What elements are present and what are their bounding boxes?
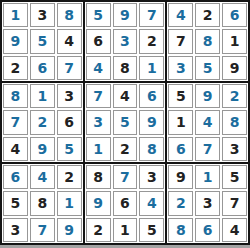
- cell-r3c7[interactable]: 3: [168, 56, 193, 80]
- cell-r9c1[interactable]: 3: [3, 218, 28, 242]
- cell-r6c3[interactable]: 5: [57, 137, 82, 161]
- cell-r2c6[interactable]: 2: [139, 29, 164, 53]
- cell-r6c2[interactable]: 9: [30, 137, 55, 161]
- cell-r7c8[interactable]: 1: [195, 165, 220, 189]
- cell-r2c1[interactable]: 9: [3, 29, 28, 53]
- cell-r6c6[interactable]: 8: [139, 137, 164, 161]
- cell-r5c5[interactable]: 5: [113, 110, 138, 134]
- cell-r5c2[interactable]: 2: [30, 110, 55, 134]
- cell-r4c4[interactable]: 7: [86, 84, 111, 108]
- cell-r3c6[interactable]: 1: [139, 56, 164, 80]
- cell-r3c8[interactable]: 5: [195, 56, 220, 80]
- cell-r4c3[interactable]: 3: [57, 84, 82, 108]
- sudoku-box-8: 873964215: [85, 164, 166, 243]
- cell-r9c4[interactable]: 2: [86, 218, 111, 242]
- cell-r8c6[interactable]: 4: [139, 191, 164, 215]
- cell-r9c7[interactable]: 8: [168, 218, 193, 242]
- cell-r7c6[interactable]: 3: [139, 165, 164, 189]
- cell-r4c7[interactable]: 5: [168, 84, 193, 108]
- cell-r9c8[interactable]: 6: [195, 218, 220, 242]
- cell-r7c2[interactable]: 4: [30, 165, 55, 189]
- cell-r1c1[interactable]: 1: [3, 3, 28, 27]
- cell-r2c5[interactable]: 3: [113, 29, 138, 53]
- cell-r9c5[interactable]: 1: [113, 218, 138, 242]
- cell-r1c4[interactable]: 5: [86, 3, 111, 27]
- cell-r9c9[interactable]: 4: [222, 218, 247, 242]
- cell-r6c4[interactable]: 1: [86, 137, 111, 161]
- cell-r9c3[interactable]: 9: [57, 218, 82, 242]
- cell-r8c7[interactable]: 2: [168, 191, 193, 215]
- sudoku-board: 1389542675976324814267813598137264957463…: [0, 0, 250, 245]
- cell-r5c6[interactable]: 9: [139, 110, 164, 134]
- cell-r8c1[interactable]: 5: [3, 191, 28, 215]
- cell-r3c3[interactable]: 7: [57, 56, 82, 80]
- sudoku-box-9: 915237864: [167, 164, 248, 243]
- cell-r1c3[interactable]: 8: [57, 3, 82, 27]
- cell-r1c7[interactable]: 4: [168, 3, 193, 27]
- cell-r8c5[interactable]: 6: [113, 191, 138, 215]
- cell-r9c6[interactable]: 5: [139, 218, 164, 242]
- cell-r3c5[interactable]: 8: [113, 56, 138, 80]
- cell-r3c4[interactable]: 4: [86, 56, 111, 80]
- cell-r2c3[interactable]: 4: [57, 29, 82, 53]
- cell-r5c7[interactable]: 1: [168, 110, 193, 134]
- cell-r4c1[interactable]: 8: [3, 84, 28, 108]
- sudoku-box-1: 138954267: [2, 2, 83, 81]
- cell-r9c2[interactable]: 7: [30, 218, 55, 242]
- cell-r5c4[interactable]: 3: [86, 110, 111, 134]
- cell-r6c5[interactable]: 2: [113, 137, 138, 161]
- cell-r1c2[interactable]: 3: [30, 3, 55, 27]
- cell-r5c3[interactable]: 6: [57, 110, 82, 134]
- cell-r8c3[interactable]: 1: [57, 191, 82, 215]
- cell-r7c5[interactable]: 7: [113, 165, 138, 189]
- cell-r2c4[interactable]: 6: [86, 29, 111, 53]
- cell-r3c9[interactable]: 9: [222, 56, 247, 80]
- cell-r7c1[interactable]: 6: [3, 165, 28, 189]
- sudoku-box-5: 746359128: [85, 83, 166, 162]
- cell-r8c2[interactable]: 8: [30, 191, 55, 215]
- sudoku-box-2: 597632481: [85, 2, 166, 81]
- cell-r2c9[interactable]: 1: [222, 29, 247, 53]
- sudoku-box-6: 592148673: [167, 83, 248, 162]
- sudoku-box-3: 426781359: [167, 2, 248, 81]
- cell-r6c1[interactable]: 4: [3, 137, 28, 161]
- cell-r7c3[interactable]: 2: [57, 165, 82, 189]
- cell-r4c8[interactable]: 9: [195, 84, 220, 108]
- cell-r5c9[interactable]: 8: [222, 110, 247, 134]
- cell-r3c2[interactable]: 6: [30, 56, 55, 80]
- cell-r3c1[interactable]: 2: [3, 56, 28, 80]
- sudoku-box-7: 642581379: [2, 164, 83, 243]
- cell-r2c2[interactable]: 5: [30, 29, 55, 53]
- cell-r7c7[interactable]: 9: [168, 165, 193, 189]
- cell-r4c9[interactable]: 2: [222, 84, 247, 108]
- cell-r2c7[interactable]: 7: [168, 29, 193, 53]
- cell-r4c2[interactable]: 1: [30, 84, 55, 108]
- cell-r5c8[interactable]: 4: [195, 110, 220, 134]
- cell-r6c9[interactable]: 3: [222, 137, 247, 161]
- cell-r6c8[interactable]: 7: [195, 137, 220, 161]
- cell-r4c5[interactable]: 4: [113, 84, 138, 108]
- cell-r4c6[interactable]: 6: [139, 84, 164, 108]
- cell-r1c5[interactable]: 9: [113, 3, 138, 27]
- cell-r6c7[interactable]: 6: [168, 137, 193, 161]
- sudoku-box-4: 813726495: [2, 83, 83, 162]
- cell-r7c4[interactable]: 8: [86, 165, 111, 189]
- cell-r1c8[interactable]: 2: [195, 3, 220, 27]
- cell-r8c8[interactable]: 3: [195, 191, 220, 215]
- cell-r7c9[interactable]: 5: [222, 165, 247, 189]
- cell-r8c4[interactable]: 9: [86, 191, 111, 215]
- cell-r5c1[interactable]: 7: [3, 110, 28, 134]
- cell-r1c6[interactable]: 7: [139, 3, 164, 27]
- cell-r2c8[interactable]: 8: [195, 29, 220, 53]
- cell-r1c9[interactable]: 6: [222, 3, 247, 27]
- cell-r8c9[interactable]: 7: [222, 191, 247, 215]
